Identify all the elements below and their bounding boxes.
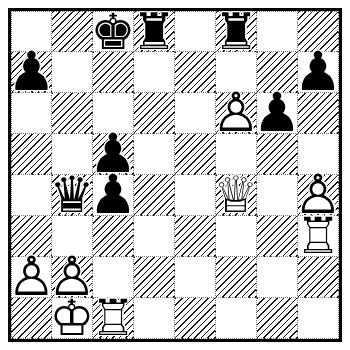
black-queen-halo: ♛ <box>52 175 92 215</box>
black-queen-glyph: ♛ <box>52 175 92 215</box>
square-b7[interactable] <box>52 52 93 93</box>
square-f2[interactable] <box>216 257 257 298</box>
square-d2[interactable] <box>134 257 175 298</box>
black-pawn-glyph: ♟ <box>93 134 133 174</box>
black-pawn[interactable]: ♟♟ <box>298 52 338 92</box>
white-queen-glyph: ♕ <box>216 175 256 215</box>
square-b1[interactable]: ♚♔ <box>52 298 93 339</box>
white-king-halo: ♚ <box>52 298 92 338</box>
black-pawn[interactable]: ♟♟ <box>93 134 133 174</box>
white-pawn[interactable]: ♟♙ <box>52 257 92 297</box>
white-rook-halo: ♜ <box>298 216 338 256</box>
black-rook-halo: ♜ <box>216 12 256 51</box>
white-rook[interactable]: ♜♖ <box>298 216 338 256</box>
square-f1[interactable] <box>216 298 257 339</box>
square-a3[interactable] <box>11 216 52 257</box>
white-rook-glyph: ♖ <box>93 298 133 338</box>
black-queen[interactable]: ♛♛ <box>52 175 92 215</box>
black-pawn[interactable]: ♟♟ <box>12 52 51 92</box>
black-pawn[interactable]: ♟♟ <box>257 93 297 133</box>
square-f3[interactable] <box>216 216 257 257</box>
white-queen-halo: ♛ <box>216 175 256 215</box>
square-a1[interactable] <box>11 298 52 339</box>
square-c2[interactable] <box>93 257 134 298</box>
square-a5[interactable] <box>11 134 52 175</box>
white-pawn-halo: ♟ <box>216 93 256 133</box>
square-h3[interactable]: ♜♖ <box>298 216 339 257</box>
black-pawn-glyph: ♟ <box>12 52 51 92</box>
square-g8[interactable] <box>257 11 298 52</box>
white-queen[interactable]: ♛♕ <box>216 175 256 215</box>
black-king-glyph: ♚ <box>93 12 133 51</box>
square-g6[interactable]: ♟♟ <box>257 93 298 134</box>
square-d6[interactable] <box>134 93 175 134</box>
square-d3[interactable] <box>134 216 175 257</box>
square-d7[interactable] <box>134 52 175 93</box>
black-rook-halo: ♜ <box>134 12 174 51</box>
white-rook-glyph: ♖ <box>298 216 338 256</box>
black-rook[interactable]: ♜♜ <box>134 12 174 51</box>
square-b4[interactable]: ♛♛ <box>52 175 93 216</box>
white-king-glyph: ♔ <box>52 298 92 338</box>
square-c3[interactable] <box>93 216 134 257</box>
black-pawn[interactable]: ♟♟ <box>93 175 133 215</box>
square-h8[interactable] <box>298 11 339 52</box>
square-f5[interactable] <box>216 134 257 175</box>
square-c4[interactable]: ♟♟ <box>93 175 134 216</box>
square-b6[interactable] <box>52 93 93 134</box>
white-king[interactable]: ♚♔ <box>52 298 92 338</box>
square-h1[interactable] <box>298 298 339 339</box>
square-d5[interactable] <box>134 134 175 175</box>
white-rook-halo: ♜ <box>93 298 133 338</box>
square-g4[interactable] <box>257 175 298 216</box>
square-e4[interactable] <box>175 175 216 216</box>
black-pawn-glyph: ♟ <box>298 52 338 92</box>
black-rook-glyph: ♜ <box>216 12 256 51</box>
square-b5[interactable] <box>52 134 93 175</box>
chess-diagram: ♚♚♜♜♜♜♟♟♟♟♟♙♟♟♟♟♛♛♟♟♛♕♟♙♜♖♟♙♟♙♚♔♜♖ <box>0 0 350 350</box>
square-c8[interactable]: ♚♚ <box>93 11 134 52</box>
square-f8[interactable]: ♜♜ <box>216 11 257 52</box>
square-c1[interactable]: ♜♖ <box>93 298 134 339</box>
black-rook-glyph: ♜ <box>134 12 174 51</box>
black-pawn-halo: ♟ <box>93 175 133 215</box>
white-pawn-halo: ♟ <box>12 257 51 297</box>
square-g2[interactable] <box>257 257 298 298</box>
black-rook[interactable]: ♜♜ <box>216 12 256 51</box>
black-pawn-halo: ♟ <box>257 93 297 133</box>
square-d1[interactable] <box>134 298 175 339</box>
white-pawn-glyph: ♙ <box>298 175 338 215</box>
square-g3[interactable] <box>257 216 298 257</box>
chess-board: ♚♚♜♜♜♜♟♟♟♟♟♙♟♟♟♟♛♛♟♟♛♕♟♙♜♖♟♙♟♙♚♔♜♖ <box>8 8 342 342</box>
square-d4[interactable] <box>134 175 175 216</box>
square-h7[interactable]: ♟♟ <box>298 52 339 93</box>
white-rook[interactable]: ♜♖ <box>93 298 133 338</box>
square-e6[interactable] <box>175 93 216 134</box>
white-pawn[interactable]: ♟♙ <box>216 93 256 133</box>
square-e3[interactable] <box>175 216 216 257</box>
square-e2[interactable] <box>175 257 216 298</box>
square-b3[interactable] <box>52 216 93 257</box>
square-h6[interactable] <box>298 93 339 134</box>
square-e1[interactable] <box>175 298 216 339</box>
white-pawn-glyph: ♙ <box>216 93 256 133</box>
square-f6[interactable]: ♟♙ <box>216 93 257 134</box>
square-a8[interactable] <box>11 11 52 52</box>
white-pawn[interactable]: ♟♙ <box>12 257 51 297</box>
square-g1[interactable] <box>257 298 298 339</box>
black-king[interactable]: ♚♚ <box>93 12 133 51</box>
white-pawn[interactable]: ♟♙ <box>298 175 338 215</box>
black-pawn-halo: ♟ <box>93 134 133 174</box>
square-h5[interactable] <box>298 134 339 175</box>
white-pawn-halo: ♟ <box>52 257 92 297</box>
square-h2[interactable] <box>298 257 339 298</box>
square-g7[interactable] <box>257 52 298 93</box>
square-h4[interactable]: ♟♙ <box>298 175 339 216</box>
square-c7[interactable] <box>93 52 134 93</box>
square-e8[interactable] <box>175 11 216 52</box>
square-e5[interactable] <box>175 134 216 175</box>
square-b8[interactable] <box>52 11 93 52</box>
square-b2[interactable]: ♟♙ <box>52 257 93 298</box>
square-g5[interactable] <box>257 134 298 175</box>
white-pawn-halo: ♟ <box>298 175 338 215</box>
white-pawn-glyph: ♙ <box>52 257 92 297</box>
white-pawn-glyph: ♙ <box>12 257 51 297</box>
square-d8[interactable]: ♜♜ <box>134 11 175 52</box>
square-e7[interactable] <box>175 52 216 93</box>
black-pawn-halo: ♟ <box>12 52 51 92</box>
black-king-halo: ♚ <box>93 12 133 51</box>
black-pawn-halo: ♟ <box>298 52 338 92</box>
black-pawn-glyph: ♟ <box>257 93 297 133</box>
square-a7[interactable]: ♟♟ <box>11 52 52 93</box>
square-a2[interactable]: ♟♙ <box>11 257 52 298</box>
square-c5[interactable]: ♟♟ <box>93 134 134 175</box>
square-f4[interactable]: ♛♕ <box>216 175 257 216</box>
square-a6[interactable] <box>11 93 52 134</box>
square-a4[interactable] <box>11 175 52 216</box>
square-f7[interactable] <box>216 52 257 93</box>
square-c6[interactable] <box>93 93 134 134</box>
black-pawn-glyph: ♟ <box>93 175 133 215</box>
